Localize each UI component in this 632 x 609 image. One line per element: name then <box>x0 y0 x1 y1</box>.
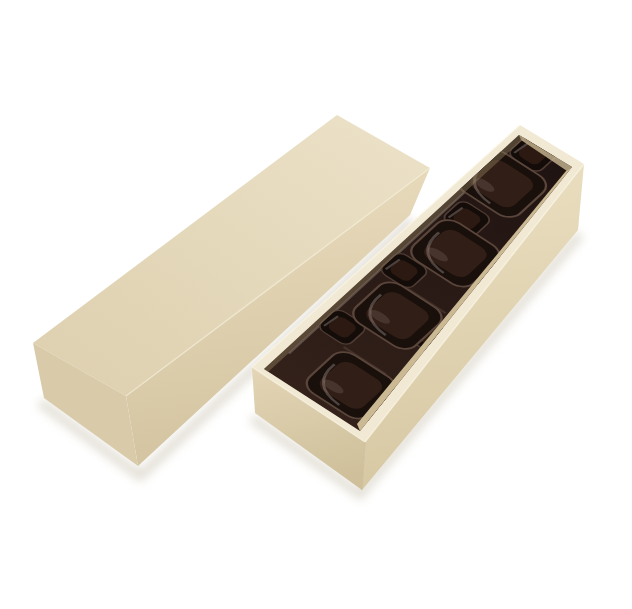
product-photo <box>0 0 632 609</box>
scene-canvas <box>0 0 632 609</box>
